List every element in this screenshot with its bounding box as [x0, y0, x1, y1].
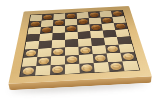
- light-piece-c1[interactable]: ⛀: [52, 66, 63, 74]
- light-piece-f2[interactable]: ⛀: [95, 55, 106, 62]
- board-tilt-wrapper: ⛂⛂⛂⛂⛂⛂⛂⛂⛂⛂⛂⛂⛀⛀⛀⛀⛀⛀⛀⛀⛀⛀⛀⛀: [14, 0, 142, 102]
- dark-piece-d6[interactable]: ⛂: [67, 26, 76, 32]
- dark-piece-a7[interactable]: ⛂: [30, 21, 40, 26]
- light-piece-g1[interactable]: ⛀: [110, 63, 122, 71]
- checkers-board-frame: ⛂⛂⛂⛂⛂⛂⛂⛂⛂⛂⛂⛂⛀⛀⛀⛀⛀⛀⛀⛀⛀⛀⛀⛀: [8, 6, 151, 84]
- square-e1[interactable]: ⛀: [79, 63, 94, 73]
- dark-piece-h6[interactable]: ⛂: [115, 23, 126, 28]
- light-piece-b2[interactable]: ⛀: [38, 58, 49, 65]
- dark-piece-c7[interactable]: ⛂: [55, 20, 64, 25]
- light-piece-d2[interactable]: ⛀: [67, 56, 78, 63]
- dark-piece-h8[interactable]: ⛂: [113, 11, 123, 16]
- board-front-edge: [8, 76, 151, 90]
- light-piece-g3[interactable]: ⛀: [107, 46, 118, 53]
- light-piece-a1[interactable]: ⛀: [22, 67, 34, 75]
- dark-piece-d8[interactable]: ⛂: [67, 14, 76, 19]
- square-f1: [94, 62, 110, 72]
- square-c1[interactable]: ⛀: [50, 64, 65, 74]
- light-piece-h2[interactable]: ⛀: [122, 53, 134, 60]
- board-photo: ⛂⛂⛂⛂⛂⛂⛂⛂⛂⛂⛂⛂⛀⛀⛀⛀⛀⛀⛀⛀⛀⛀⛀⛀: [0, 0, 159, 102]
- playing-area: ⛂⛂⛂⛂⛂⛂⛂⛂⛂⛂⛂⛂⛀⛀⛀⛀⛀⛀⛀⛀⛀⛀⛀⛀: [19, 10, 140, 77]
- square-b1: [35, 65, 50, 75]
- dark-piece-b6[interactable]: ⛂: [42, 27, 52, 33]
- light-piece-a3[interactable]: ⛀: [25, 50, 36, 57]
- light-piece-e3[interactable]: ⛀: [80, 47, 91, 54]
- square-d1: [65, 64, 80, 74]
- square-h1: [122, 61, 139, 71]
- perspective-scene: ⛂⛂⛂⛂⛂⛂⛂⛂⛂⛂⛂⛂⛀⛀⛀⛀⛀⛀⛀⛀⛀⛀⛀⛀: [14, 0, 142, 102]
- dark-piece-g7[interactable]: ⛂: [102, 18, 112, 23]
- dark-piece-f6[interactable]: ⛂: [91, 25, 101, 31]
- dark-piece-f8[interactable]: ⛂: [90, 12, 99, 17]
- square-f5: [90, 30, 104, 38]
- light-piece-c3[interactable]: ⛀: [53, 48, 63, 55]
- square-a1[interactable]: ⛀: [20, 66, 36, 76]
- light-piece-e1[interactable]: ⛀: [81, 64, 93, 72]
- dark-piece-e7[interactable]: ⛂: [78, 19, 87, 24]
- dark-piece-b8[interactable]: ⛂: [43, 15, 52, 20]
